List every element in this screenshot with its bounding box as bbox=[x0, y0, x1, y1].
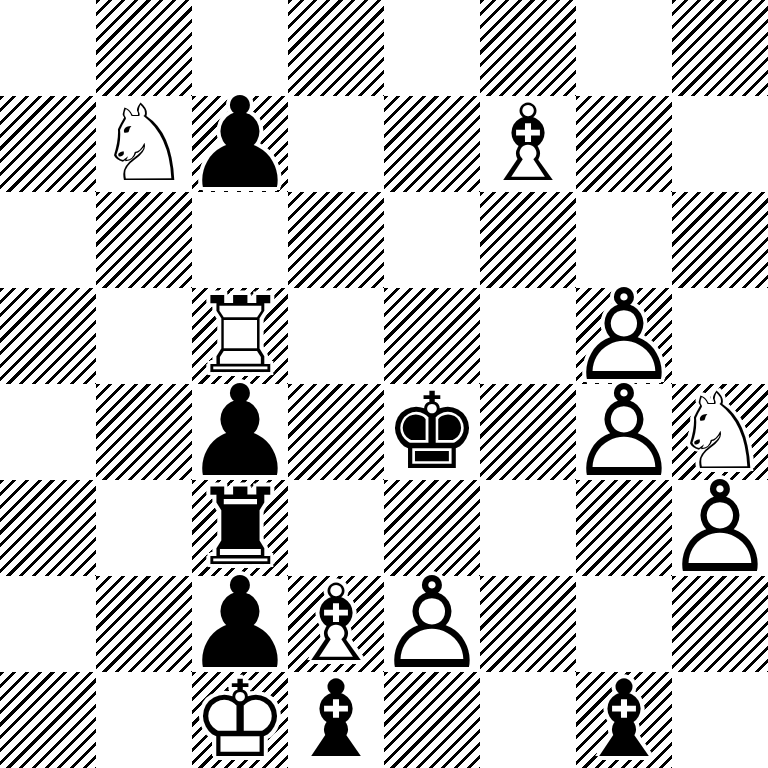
square-g4[interactable]: ♟♙ bbox=[576, 384, 672, 480]
white-king-c1[interactable]: ♚♔ bbox=[192, 672, 288, 768]
black-bishop-icon: ♝ bbox=[288, 672, 384, 768]
square-e7[interactable] bbox=[384, 96, 480, 192]
chess-board: ♞♘♟♟♝♗♜♖♟♙♟♟♚♚♟♙♞♘♜♜♟♙♟♟♝♗♟♙♚♔♝♝♝♝ bbox=[0, 0, 768, 768]
square-a4[interactable] bbox=[0, 384, 96, 480]
white-pawn-icon: ♙ bbox=[672, 480, 768, 576]
white-pawn-g4[interactable]: ♟♙ bbox=[576, 384, 672, 480]
square-b4[interactable] bbox=[96, 384, 192, 480]
square-d7[interactable] bbox=[288, 96, 384, 192]
square-b2[interactable] bbox=[96, 576, 192, 672]
square-d6[interactable] bbox=[288, 192, 384, 288]
white-bishop-f7[interactable]: ♝♗ bbox=[480, 96, 576, 192]
square-g1[interactable]: ♝♝ bbox=[576, 672, 672, 768]
square-a5[interactable] bbox=[0, 288, 96, 384]
black-bishop-d1[interactable]: ♝♝ bbox=[288, 672, 384, 768]
square-h6[interactable] bbox=[672, 192, 768, 288]
white-pawn-icon: ♙ bbox=[384, 576, 480, 672]
square-f3[interactable] bbox=[480, 480, 576, 576]
square-g3[interactable] bbox=[576, 480, 672, 576]
white-knight-b7[interactable]: ♞♘ bbox=[96, 96, 192, 192]
square-c1[interactable]: ♚♔ bbox=[192, 672, 288, 768]
square-b6[interactable] bbox=[96, 192, 192, 288]
square-d1[interactable]: ♝♝ bbox=[288, 672, 384, 768]
square-e6[interactable] bbox=[384, 192, 480, 288]
square-a1[interactable] bbox=[0, 672, 96, 768]
black-bishop-icon: ♝ bbox=[576, 672, 672, 768]
square-e8[interactable] bbox=[384, 0, 480, 96]
square-f4[interactable] bbox=[480, 384, 576, 480]
black-pawn-icon: ♟ bbox=[192, 96, 288, 192]
square-a8[interactable] bbox=[0, 0, 96, 96]
square-c7[interactable]: ♟♟ bbox=[192, 96, 288, 192]
square-b7[interactable]: ♞♘ bbox=[96, 96, 192, 192]
white-king-icon: ♔ bbox=[192, 672, 288, 768]
white-knight-icon: ♘ bbox=[96, 96, 192, 192]
white-pawn-e2[interactable]: ♟♙ bbox=[384, 576, 480, 672]
square-h7[interactable] bbox=[672, 96, 768, 192]
square-f1[interactable] bbox=[480, 672, 576, 768]
chess-board-diagram: ♞♘♟♟♝♗♜♖♟♙♟♟♚♚♟♙♞♘♜♜♟♙♟♟♝♗♟♙♚♔♝♝♝♝ bbox=[0, 0, 768, 768]
black-pawn-c7[interactable]: ♟♟ bbox=[192, 96, 288, 192]
square-a7[interactable] bbox=[0, 96, 96, 192]
square-f7[interactable]: ♝♗ bbox=[480, 96, 576, 192]
square-g8[interactable] bbox=[576, 0, 672, 96]
square-a6[interactable] bbox=[0, 192, 96, 288]
square-e2[interactable]: ♟♙ bbox=[384, 576, 480, 672]
white-pawn-h3[interactable]: ♟♙ bbox=[672, 480, 768, 576]
black-bishop-g1[interactable]: ♝♝ bbox=[576, 672, 672, 768]
square-d4[interactable] bbox=[288, 384, 384, 480]
black-king-icon: ♚ bbox=[384, 384, 480, 480]
square-a2[interactable] bbox=[0, 576, 96, 672]
square-d8[interactable] bbox=[288, 0, 384, 96]
square-h1[interactable] bbox=[672, 672, 768, 768]
square-b3[interactable] bbox=[96, 480, 192, 576]
square-f6[interactable] bbox=[480, 192, 576, 288]
square-f2[interactable] bbox=[480, 576, 576, 672]
square-a3[interactable] bbox=[0, 480, 96, 576]
square-e1[interactable] bbox=[384, 672, 480, 768]
square-f5[interactable] bbox=[480, 288, 576, 384]
white-pawn-icon: ♙ bbox=[576, 384, 672, 480]
square-h2[interactable] bbox=[672, 576, 768, 672]
square-h3[interactable]: ♟♙ bbox=[672, 480, 768, 576]
black-king-e4[interactable]: ♚♚ bbox=[384, 384, 480, 480]
square-e4[interactable]: ♚♚ bbox=[384, 384, 480, 480]
square-d5[interactable] bbox=[288, 288, 384, 384]
square-h8[interactable] bbox=[672, 0, 768, 96]
square-b1[interactable] bbox=[96, 672, 192, 768]
square-b5[interactable] bbox=[96, 288, 192, 384]
white-bishop-icon: ♗ bbox=[480, 96, 576, 192]
square-g7[interactable] bbox=[576, 96, 672, 192]
